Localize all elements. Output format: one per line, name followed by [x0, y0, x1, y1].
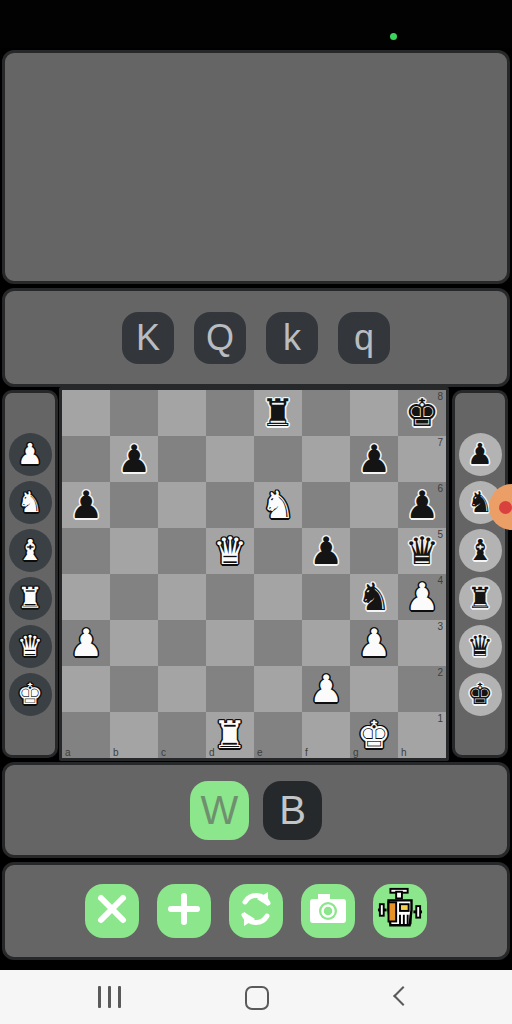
camera-button[interactable]	[301, 884, 355, 938]
square-h1[interactable]: h1	[398, 712, 446, 758]
square-f7[interactable]	[302, 436, 350, 482]
floating-overlay-dot	[499, 501, 512, 514]
castle-K-button[interactable]: K	[122, 312, 174, 364]
square-h2[interactable]: 2	[398, 666, 446, 712]
square-f5[interactable]: ♟	[302, 528, 350, 574]
square-b6[interactable]	[110, 482, 158, 528]
square-c4[interactable]	[158, 574, 206, 620]
square-a8[interactable]	[62, 390, 110, 436]
status-bar	[0, 0, 512, 48]
square-g8[interactable]	[350, 390, 398, 436]
black-pawn: ♟	[117, 440, 151, 478]
tray-white-bishop[interactable]: ♝	[9, 529, 52, 572]
rank-label-8: 8	[437, 391, 443, 402]
square-e2[interactable]	[254, 666, 302, 712]
square-h6[interactable]: 6♟	[398, 482, 446, 528]
back-icon[interactable]	[393, 986, 413, 1006]
square-a5[interactable]	[62, 528, 110, 574]
black-rook: ♜	[261, 394, 295, 432]
rank-label-5: 5	[437, 529, 443, 540]
square-b3[interactable]	[110, 620, 158, 666]
black-bishop: ♝	[467, 536, 493, 565]
black-pawn: ♟	[357, 440, 391, 478]
square-e6[interactable]: ♞	[254, 482, 302, 528]
black-pawn: ♟	[309, 532, 343, 570]
white-queen: ♛	[213, 532, 247, 570]
square-d3[interactable]	[206, 620, 254, 666]
square-e5[interactable]	[254, 528, 302, 574]
reset-button[interactable]	[229, 884, 283, 938]
file-label-g: g	[353, 747, 359, 758]
rank-label-7: 7	[437, 437, 443, 448]
tray-white-rook[interactable]: ♜	[9, 577, 52, 620]
black-king: ♚	[467, 680, 493, 709]
square-f3[interactable]	[302, 620, 350, 666]
square-d7[interactable]	[206, 436, 254, 482]
tray-black-rook[interactable]: ♜	[459, 577, 502, 620]
white-pawn: ♟	[357, 624, 391, 662]
white-king: ♚	[357, 716, 391, 754]
black-pawn: ♟	[405, 486, 439, 524]
square-b5[interactable]	[110, 528, 158, 574]
square-a1[interactable]: a	[62, 712, 110, 758]
file-label-e: e	[257, 747, 263, 758]
white-queen: ♛	[17, 632, 43, 661]
square-a2[interactable]	[62, 666, 110, 712]
rank-label-6: 6	[437, 483, 443, 494]
square-e8[interactable]: ♜	[254, 390, 302, 436]
side-b-button[interactable]: B	[263, 781, 322, 840]
castle-k-button[interactable]: k	[266, 312, 318, 364]
square-f2[interactable]: ♟	[302, 666, 350, 712]
tray-black-king[interactable]: ♚	[459, 673, 502, 716]
square-c8[interactable]	[158, 390, 206, 436]
square-d2[interactable]	[206, 666, 254, 712]
rank-label-3: 3	[437, 621, 443, 632]
white-king: ♚	[17, 680, 43, 709]
clear-board-button[interactable]	[85, 884, 139, 938]
square-h5[interactable]: 5♛	[398, 528, 446, 574]
file-label-b: b	[113, 747, 119, 758]
close-icon	[92, 889, 132, 933]
square-f8[interactable]	[302, 390, 350, 436]
square-d5[interactable]: ♛	[206, 528, 254, 574]
white-knight: ♞	[261, 486, 295, 524]
square-d6[interactable]	[206, 482, 254, 528]
side-to-move-buttons: WB	[2, 762, 510, 858]
rank-label-2: 2	[437, 667, 443, 678]
side-w-button[interactable]: W	[190, 781, 249, 840]
black-pawn: ♟	[467, 440, 493, 469]
square-g2[interactable]	[350, 666, 398, 712]
white-bishop: ♝	[17, 536, 43, 565]
file-label-f: f	[305, 747, 308, 758]
black-queen: ♛	[467, 632, 493, 661]
square-a6[interactable]: ♟	[62, 482, 110, 528]
square-d1[interactable]: d♜	[206, 712, 254, 758]
tray-black-bishop[interactable]: ♝	[459, 529, 502, 572]
tray-black-pawn[interactable]: ♟	[459, 433, 502, 476]
refresh-icon	[235, 888, 277, 934]
home-icon[interactable]	[245, 986, 269, 1010]
android-nav-bar	[0, 970, 512, 1024]
add-piece-button[interactable]	[157, 884, 211, 938]
square-g5[interactable]	[350, 528, 398, 574]
action-bar	[2, 862, 510, 960]
square-b8[interactable]	[110, 390, 158, 436]
phone-screen: KQkq ♟♞♝♜♛♚ ♜8♚♟♟7♟♞6♟♛♟5♛♞4♟♟♟3♟2abcd♜e…	[0, 0, 512, 1024]
square-g1[interactable]: g♚	[350, 712, 398, 758]
file-label-c: c	[161, 747, 166, 758]
square-a4[interactable]	[62, 574, 110, 620]
square-c2[interactable]	[158, 666, 206, 712]
castle-q-button[interactable]: q	[338, 312, 390, 364]
square-c7[interactable]	[158, 436, 206, 482]
engine-button[interactable]	[373, 884, 427, 938]
camera-icon	[307, 888, 349, 934]
tray-white-pawn[interactable]: ♟	[9, 433, 52, 476]
rank-label-4: 4	[437, 575, 443, 586]
square-e1[interactable]: e	[254, 712, 302, 758]
white-knight: ♞	[17, 488, 43, 517]
square-d4[interactable]	[206, 574, 254, 620]
square-h3[interactable]: 3	[398, 620, 446, 666]
plus-icon	[164, 889, 204, 933]
file-label-a: a	[65, 747, 71, 758]
file-label-h: h	[401, 747, 407, 758]
file-label-d: d	[209, 747, 215, 758]
tray-white-knight[interactable]: ♞	[9, 481, 52, 524]
white-piece-tray: ♟♞♝♜♛♚	[2, 390, 58, 758]
board-grid: ♜8♚♟♟7♟♞6♟♛♟5♛♞4♟♟♟3♟2abcd♜efg♚h1	[62, 390, 446, 758]
castling-buttons: KQkq	[2, 288, 510, 387]
square-f6[interactable]	[302, 482, 350, 528]
black-pawn: ♟	[69, 486, 103, 524]
black-knight: ♞	[357, 578, 391, 616]
white-pawn: ♟	[69, 624, 103, 662]
square-d8[interactable]	[206, 390, 254, 436]
square-c3[interactable]	[158, 620, 206, 666]
square-e7[interactable]	[254, 436, 302, 482]
square-g4[interactable]: ♞	[350, 574, 398, 620]
white-pawn: ♟	[17, 440, 43, 469]
chess-board: ♜8♚♟♟7♟♞6♟♛♟5♛♞4♟♟♟3♟2abcd♜efg♚h1	[59, 387, 449, 761]
square-f4[interactable]	[302, 574, 350, 620]
square-h4[interactable]: 4♟	[398, 574, 446, 620]
square-b7[interactable]: ♟	[110, 436, 158, 482]
square-c1[interactable]: c	[158, 712, 206, 758]
square-a3[interactable]: ♟	[62, 620, 110, 666]
square-g3[interactable]: ♟	[350, 620, 398, 666]
black-queen: ♛	[405, 532, 439, 570]
recents-icon[interactable]	[98, 986, 121, 1008]
square-b2[interactable]	[110, 666, 158, 712]
square-e4[interactable]	[254, 574, 302, 620]
black-king: ♚	[405, 394, 439, 432]
white-pawn: ♟	[405, 578, 439, 616]
square-a7[interactable]	[62, 436, 110, 482]
square-e3[interactable]	[254, 620, 302, 666]
tray-black-queen[interactable]: ♛	[459, 625, 502, 668]
white-pawn: ♟	[309, 670, 343, 708]
rank-label-1: 1	[437, 713, 443, 724]
engine-icon	[377, 886, 423, 936]
square-c6[interactable]	[158, 482, 206, 528]
square-g6[interactable]	[350, 482, 398, 528]
castle-Q-button[interactable]: Q	[194, 312, 246, 364]
black-piece-tray: ♟♞♝♜♛♚	[452, 390, 508, 758]
square-f1[interactable]: f	[302, 712, 350, 758]
camera-indicator-dot	[390, 33, 397, 40]
tray-white-queen[interactable]: ♛	[9, 625, 52, 668]
black-rook: ♜	[467, 584, 493, 613]
square-g7[interactable]: ♟	[350, 436, 398, 482]
tray-white-king[interactable]: ♚	[9, 673, 52, 716]
square-h7[interactable]: 7	[398, 436, 446, 482]
square-h8[interactable]: 8♚	[398, 390, 446, 436]
white-rook: ♜	[213, 716, 247, 754]
square-b1[interactable]: b	[110, 712, 158, 758]
square-b4[interactable]	[110, 574, 158, 620]
white-rook: ♜	[17, 584, 43, 613]
square-c5[interactable]	[158, 528, 206, 574]
camera-preview-panel	[2, 50, 510, 284]
